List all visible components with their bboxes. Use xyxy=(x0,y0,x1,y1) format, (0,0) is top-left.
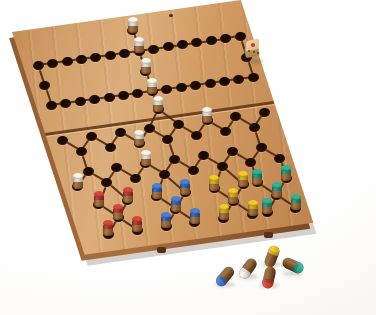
barricade-peg-white xyxy=(141,150,151,166)
barricade-peg-white-top xyxy=(128,17,138,23)
peg-yellow xyxy=(238,171,248,187)
peg-red-top xyxy=(113,204,123,210)
peg-yellow xyxy=(228,188,238,204)
die-showing-1 xyxy=(246,40,261,58)
peg-red xyxy=(103,220,113,236)
loose-peg-green-face xyxy=(296,263,304,272)
board-hole xyxy=(187,165,199,175)
board-hole xyxy=(61,56,73,66)
barricade-peg-white xyxy=(134,37,144,53)
peg-blue xyxy=(180,179,190,195)
wood-knot xyxy=(169,14,173,17)
peg-green-top xyxy=(281,165,291,171)
peg-red xyxy=(132,216,142,232)
loose-peg-green-cap xyxy=(292,261,305,275)
photo-scene xyxy=(0,0,376,315)
peg-green xyxy=(262,198,272,214)
board-hole xyxy=(255,142,267,152)
barricade-peg-white-top xyxy=(134,130,144,136)
peg-blue xyxy=(152,183,162,199)
barricade-peg-white-top xyxy=(73,173,83,179)
wood-grain xyxy=(0,0,376,315)
peg-green xyxy=(281,165,291,181)
die-front-pip xyxy=(257,52,259,54)
barricade-peg-white-top xyxy=(141,150,151,156)
barricade-peg-white-top xyxy=(202,107,212,113)
peg-blue xyxy=(190,208,200,224)
die-front-pip xyxy=(248,50,250,52)
barricade-peg-white-top xyxy=(141,58,151,64)
peg-blue xyxy=(161,212,171,228)
board-hole xyxy=(172,119,184,129)
barricade-peg-white-top xyxy=(147,78,157,84)
peg-yellow xyxy=(219,204,229,220)
peg-red xyxy=(113,204,123,220)
peg-yellow-top xyxy=(209,175,219,181)
barricade-peg-white xyxy=(128,17,138,33)
board-hole xyxy=(75,54,87,64)
loose-peg-red-face xyxy=(263,281,272,288)
peg-green xyxy=(291,194,301,210)
peg-yellow xyxy=(209,175,219,191)
board-hole xyxy=(216,161,228,171)
peg-green-top xyxy=(272,182,282,188)
peg-red-top xyxy=(123,187,133,193)
peg-yellow-top xyxy=(228,188,238,194)
loose-peg-white-face xyxy=(239,270,248,279)
peg-green xyxy=(272,182,282,198)
peg-blue-top xyxy=(171,196,181,202)
hinge-clasp xyxy=(264,232,273,238)
peg-red-top xyxy=(94,191,104,197)
peg-red xyxy=(123,187,133,203)
loose-peg-blue-face xyxy=(216,277,225,286)
barricade-peg-white xyxy=(134,130,144,146)
peg-yellow xyxy=(248,200,258,216)
barricade-peg-white xyxy=(202,107,212,123)
board-hole xyxy=(32,60,44,70)
die-shadow xyxy=(244,58,264,64)
loose-peg-yellow-face xyxy=(270,245,279,252)
board-hole xyxy=(204,78,216,88)
die-top-pip-red xyxy=(251,43,255,47)
peg-blue xyxy=(171,196,181,212)
barricade-peg-white xyxy=(147,78,157,94)
peg-yellow-top xyxy=(238,171,248,177)
barricade-peg-white xyxy=(73,173,83,189)
board-hole xyxy=(104,50,116,60)
peg-green xyxy=(252,169,262,185)
peg-blue-top xyxy=(152,183,162,189)
barricade-peg-white xyxy=(141,58,151,74)
barricade-peg-white xyxy=(153,96,163,112)
peg-red xyxy=(94,191,104,207)
board-face xyxy=(0,0,376,315)
die-front-pip xyxy=(253,51,255,53)
hinge-clasp xyxy=(157,247,166,253)
loose-peg-yellow-cap xyxy=(268,244,281,256)
board-hole xyxy=(148,44,160,54)
